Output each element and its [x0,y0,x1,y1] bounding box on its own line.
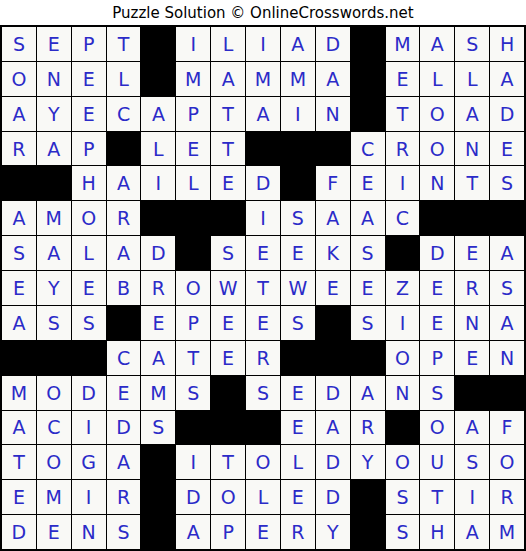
black-cell-r2c11 [351,62,385,96]
grid-cell-r8c7[interactable]: W [211,271,245,305]
grid-cell-r9c8[interactable]: E [246,306,280,340]
grid-cell-r8c8[interactable]: T [246,271,280,305]
black-cell-r15c5 [141,515,175,549]
grid-cell-r12c1[interactable]: A [2,411,36,445]
black-cell-r6c7 [211,201,245,235]
grid-cell-r12c11[interactable]: R [351,411,385,445]
grid-cell-r3c4[interactable]: C [107,97,141,131]
grid-cell-r15c8[interactable]: E [246,515,280,549]
grid-cell-r3c14[interactable]: A [455,97,489,131]
grid-cell-r13c2[interactable]: O [37,445,71,479]
grid-cell-r3c9[interactable]: I [281,97,315,131]
grid-cell-r4c5[interactable]: L [141,132,175,166]
grid-cell-r11c9[interactable]: E [281,376,315,410]
grid-cell-r5c10[interactable]: F [316,166,350,200]
grid-cell-r1c7[interactable]: L [211,27,245,61]
black-cell-r3c11 [351,97,385,131]
grid-cell-r5c11[interactable]: E [351,166,385,200]
grid-cell-r4c7[interactable]: T [211,132,245,166]
black-cell-r7c6 [176,236,210,270]
black-cell-r10c10 [316,341,350,375]
grid-cell-r9c11[interactable]: S [351,306,385,340]
grid-cell-r5c3[interactable]: H [72,166,106,200]
grid-cell-r9c1[interactable]: A [2,306,36,340]
grid-cell-r1c1[interactable]: S [2,27,36,61]
grid-cell-r15c4[interactable]: S [107,515,141,549]
grid-cell-r8c1[interactable]: E [2,271,36,305]
grid-cell-r2c14[interactable]: L [455,62,489,96]
crossword-grid: SEPTILIADMASHONELMAMMAELLAAYECAPTAINTOAD… [0,25,526,551]
grid-cell-r8c10[interactable]: E [316,271,350,305]
grid-cell-r9c13[interactable]: E [420,306,454,340]
grid-cell-r5c4[interactable]: A [107,166,141,200]
grid-cell-r7c3[interactable]: L [72,236,106,270]
grid-cell-r5c12[interactable]: I [386,166,420,200]
black-cell-r10c2 [37,341,71,375]
grid-cell-r7c2[interactable]: A [37,236,71,270]
black-cell-r10c1 [2,341,36,375]
grid-cell-r6c11[interactable]: A [351,201,385,235]
grid-cell-r14c13[interactable]: T [420,480,454,514]
black-cell-r4c8 [246,132,280,166]
grid-cell-r14c15[interactable]: R [490,480,524,514]
grid-cell-r6c4[interactable]: R [107,201,141,235]
grid-cell-r10c4[interactable]: C [107,341,141,375]
black-cell-r15c11 [351,515,385,549]
grid-cell-r15c1[interactable]: D [2,515,36,549]
grid-cell-r13c15[interactable]: O [490,445,524,479]
grid-cell-r14c12[interactable]: S [386,480,420,514]
grid-cell-r10c6[interactable]: T [176,341,210,375]
grid-cell-r11c6[interactable]: S [176,376,210,410]
black-cell-r11c15 [490,376,524,410]
grid-cell-r10c15[interactable]: N [490,341,524,375]
grid-cell-r7c5[interactable]: D [141,236,175,270]
grid-cell-r13c3[interactable]: G [72,445,106,479]
grid-cell-r6c12[interactable]: C [386,201,420,235]
black-cell-r14c5 [141,480,175,514]
grid-cell-r1c3[interactable]: P [72,27,106,61]
grid-cell-r13c10[interactable]: D [316,445,350,479]
grid-cell-r11c11[interactable]: A [351,376,385,410]
grid-cell-r3c10[interactable]: N [316,97,350,131]
crossword-solution-page: Puzzle Solution © OnlineCrosswords.net S… [0,0,526,551]
grid-cell-r4c2[interactable]: A [37,132,71,166]
grid-cell-r3c8[interactable]: A [246,97,280,131]
grid-cell-r4c15[interactable]: E [490,132,524,166]
grid-cell-r10c5[interactable]: A [141,341,175,375]
grid-cell-r15c13[interactable]: H [420,515,454,549]
black-cell-r5c1 [2,166,36,200]
grid-cell-r1c14[interactable]: S [455,27,489,61]
black-cell-r12c8 [246,411,280,445]
grid-cell-r15c6[interactable]: A [176,515,210,549]
grid-cell-r6c1[interactable]: A [2,201,36,235]
grid-cell-r7c14[interactable]: E [455,236,489,270]
grid-cell-r2c15[interactable]: A [490,62,524,96]
grid-cell-r13c6[interactable]: I [176,445,210,479]
grid-cell-r8c11[interactable]: E [351,271,385,305]
grid-cell-r3c13[interactable]: O [420,97,454,131]
grid-cell-r9c6[interactable]: P [176,306,210,340]
grid-cell-r15c3[interactable]: N [72,515,106,549]
grid-cell-r1c8[interactable]: I [246,27,280,61]
black-cell-r4c9 [281,132,315,166]
grid-cell-r15c15[interactable]: M [490,515,524,549]
grid-cell-r9c14[interactable]: N [455,306,489,340]
grid-cell-r9c15[interactable]: A [490,306,524,340]
page-title: Puzzle Solution © OnlineCrosswords.net [0,0,526,25]
grid-cell-r8c4[interactable]: B [107,271,141,305]
grid-cell-r14c4[interactable]: R [107,480,141,514]
grid-cell-r14c14[interactable]: I [455,480,489,514]
grid-cell-r15c7[interactable]: P [211,515,245,549]
grid-cell-r5c13[interactable]: N [420,166,454,200]
grid-cell-r13c12[interactable]: O [386,445,420,479]
grid-cell-r4c12[interactable]: R [386,132,420,166]
grid-cell-r5c14[interactable]: T [455,166,489,200]
grid-cell-r9c3[interactable]: S [72,306,106,340]
grid-cell-r4c1[interactable]: R [2,132,36,166]
grid-cell-r2c4[interactable]: L [107,62,141,96]
grid-cell-r1c15[interactable]: H [490,27,524,61]
grid-cell-r8c9[interactable]: W [281,271,315,305]
grid-cell-r8c13[interactable]: E [420,271,454,305]
black-cell-r9c10 [316,306,350,340]
black-cell-r6c6 [176,201,210,235]
grid-cell-r7c8[interactable]: E [246,236,280,270]
black-cell-r12c6 [176,411,210,445]
black-cell-r5c9 [281,166,315,200]
grid-cell-r8c14[interactable]: R [455,271,489,305]
grid-cell-r11c5[interactable]: M [141,376,175,410]
grid-cell-r9c2[interactable]: S [37,306,71,340]
grid-cell-r13c9[interactable]: L [281,445,315,479]
grid-cell-r11c4[interactable]: E [107,376,141,410]
grid-cell-r1c2[interactable]: E [37,27,71,61]
grid-cell-r5c8[interactable]: D [246,166,280,200]
grid-cell-r14c9[interactable]: E [281,480,315,514]
grid-cell-r2c10[interactable]: A [316,62,350,96]
grid-cell-r1c13[interactable]: A [420,27,454,61]
grid-cell-r14c10[interactable]: D [316,480,350,514]
grid-cell-r7c11[interactable]: S [351,236,385,270]
black-cell-r12c12 [386,411,420,445]
grid-cell-r5c7[interactable]: E [211,166,245,200]
grid-cell-r7c15[interactable]: A [490,236,524,270]
grid-cell-r5c6[interactable]: L [176,166,210,200]
grid-cell-r2c12[interactable]: E [386,62,420,96]
grid-cell-r2c7[interactable]: A [211,62,245,96]
black-cell-r11c7 [211,376,245,410]
grid-cell-r8c5[interactable]: R [141,271,175,305]
grid-cell-r14c1[interactable]: E [2,480,36,514]
grid-cell-r8c2[interactable]: Y [37,271,71,305]
grid-cell-r12c14[interactable]: A [455,411,489,445]
black-cell-r6c5 [141,201,175,235]
grid-cell-r4c3[interactable]: P [72,132,106,166]
black-cell-r2c5 [141,62,175,96]
grid-cell-r12c5[interactable]: S [141,411,175,445]
grid-cell-r2c3[interactable]: E [72,62,106,96]
grid-cell-r2c9[interactable]: M [281,62,315,96]
grid-cell-r12c3[interactable]: I [72,411,106,445]
black-cell-r1c5 [141,27,175,61]
black-cell-r7c12 [386,236,420,270]
grid-cell-r8c12[interactable]: Z [386,271,420,305]
grid-cell-r6c10[interactable]: A [316,201,350,235]
grid-cell-r14c8[interactable]: L [246,480,280,514]
grid-cell-r10c12[interactable]: O [386,341,420,375]
grid-cell-r11c1[interactable]: M [2,376,36,410]
grid-cell-r15c14[interactable]: A [455,515,489,549]
grid-cell-r7c7[interactable]: S [211,236,245,270]
black-cell-r10c11 [351,341,385,375]
grid-cell-r3c1[interactable]: A [2,97,36,131]
grid-cell-r8c15[interactable]: S [490,271,524,305]
grid-cell-r6c8[interactable]: I [246,201,280,235]
grid-cell-r12c4[interactable]: D [107,411,141,445]
black-cell-r11c14 [455,376,489,410]
grid-cell-r2c2[interactable]: N [37,62,71,96]
grid-cell-r12c15[interactable]: F [490,411,524,445]
grid-cell-r3c7[interactable]: T [211,97,245,131]
grid-cell-r11c8[interactable]: S [246,376,280,410]
grid-cell-r14c3[interactable]: I [72,480,106,514]
grid-cell-r15c10[interactable]: Y [316,515,350,549]
grid-cell-r12c10[interactable]: A [316,411,350,445]
grid-cell-r9c12[interactable]: I [386,306,420,340]
grid-cell-r13c14[interactable]: S [455,445,489,479]
black-cell-r4c4 [107,132,141,166]
grid-cell-r15c12[interactable]: S [386,515,420,549]
grid-cell-r10c8[interactable]: R [246,341,280,375]
grid-cell-r13c7[interactable]: T [211,445,245,479]
grid-cell-r1c12[interactable]: M [386,27,420,61]
grid-cell-r10c13[interactable]: P [420,341,454,375]
grid-cell-r8c6[interactable]: O [176,271,210,305]
grid-cell-r1c6[interactable]: I [176,27,210,61]
grid-cell-r2c13[interactable]: L [420,62,454,96]
black-cell-r4c10 [316,132,350,166]
grid-cell-r7c1[interactable]: S [2,236,36,270]
grid-cell-r14c7[interactable]: O [211,480,245,514]
grid-cell-r4c13[interactable]: O [420,132,454,166]
black-cell-r6c14 [455,201,489,235]
grid-cell-r2c1[interactable]: O [2,62,36,96]
grid-cell-r5c15[interactable]: S [490,166,524,200]
grid-cell-r7c9[interactable]: E [281,236,315,270]
black-cell-r14c11 [351,480,385,514]
grid-cell-r9c9[interactable]: S [281,306,315,340]
grid-cell-r4c14[interactable]: N [455,132,489,166]
grid-cell-r10c14[interactable]: E [455,341,489,375]
grid-cell-r1c4[interactable]: T [107,27,141,61]
grid-cell-r12c13[interactable]: O [420,411,454,445]
black-cell-r5c2 [37,166,71,200]
grid-cell-r13c11[interactable]: Y [351,445,385,479]
grid-cell-r4c6[interactable]: E [176,132,210,166]
grid-cell-r11c12[interactable]: N [386,376,420,410]
grid-cell-r11c2[interactable]: O [37,376,71,410]
grid-cell-r13c13[interactable]: U [420,445,454,479]
black-cell-r13c5 [141,445,175,479]
grid-cell-r7c10[interactable]: K [316,236,350,270]
black-cell-r9c4 [107,306,141,340]
grid-cell-r3c3[interactable]: E [72,97,106,131]
black-cell-r6c13 [420,201,454,235]
grid-cell-r7c13[interactable]: D [420,236,454,270]
grid-cell-r9c7[interactable]: E [211,306,245,340]
grid-cell-r11c10[interactable]: D [316,376,350,410]
grid-cell-r3c15[interactable]: D [490,97,524,131]
black-cell-r10c3 [72,341,106,375]
grid-cell-r5c5[interactable]: I [141,166,175,200]
grid-cell-r3c12[interactable]: T [386,97,420,131]
grid-cell-r2c8[interactable]: M [246,62,280,96]
black-cell-r12c7 [211,411,245,445]
grid-cell-r13c1[interactable]: T [2,445,36,479]
black-cell-r10c9 [281,341,315,375]
grid-cell-r15c9[interactable]: R [281,515,315,549]
grid-cell-r13c4[interactable]: A [107,445,141,479]
grid-cell-r3c5[interactable]: A [141,97,175,131]
grid-cell-r14c2[interactable]: M [37,480,71,514]
grid-cell-r1c10[interactable]: D [316,27,350,61]
grid-cell-r11c13[interactable]: S [420,376,454,410]
grid-cell-r10c7[interactable]: E [211,341,245,375]
grid-cell-r14c6[interactable]: D [176,480,210,514]
grid-cell-r12c2[interactable]: C [37,411,71,445]
grid-cell-r15c2[interactable]: E [37,515,71,549]
grid-cell-r8c3[interactable]: E [72,271,106,305]
grid-cell-r7c4[interactable]: A [107,236,141,270]
black-cell-r1c11 [351,27,385,61]
grid-cell-r6c9[interactable]: S [281,201,315,235]
grid-cell-r6c2[interactable]: M [37,201,71,235]
grid-cell-r2c6[interactable]: M [176,62,210,96]
grid-cell-r6c3[interactable]: O [72,201,106,235]
grid-cell-r1c9[interactable]: A [281,27,315,61]
grid-cell-r3c6[interactable]: P [176,97,210,131]
grid-cell-r11c3[interactable]: D [72,376,106,410]
grid-cell-r9c5[interactable]: E [141,306,175,340]
grid-cell-r4c11[interactable]: C [351,132,385,166]
grid-cell-r13c8[interactable]: O [246,445,280,479]
black-cell-r6c15 [490,201,524,235]
grid-cell-r3c2[interactable]: Y [37,97,71,131]
grid-cell-r12c9[interactable]: E [281,411,315,445]
